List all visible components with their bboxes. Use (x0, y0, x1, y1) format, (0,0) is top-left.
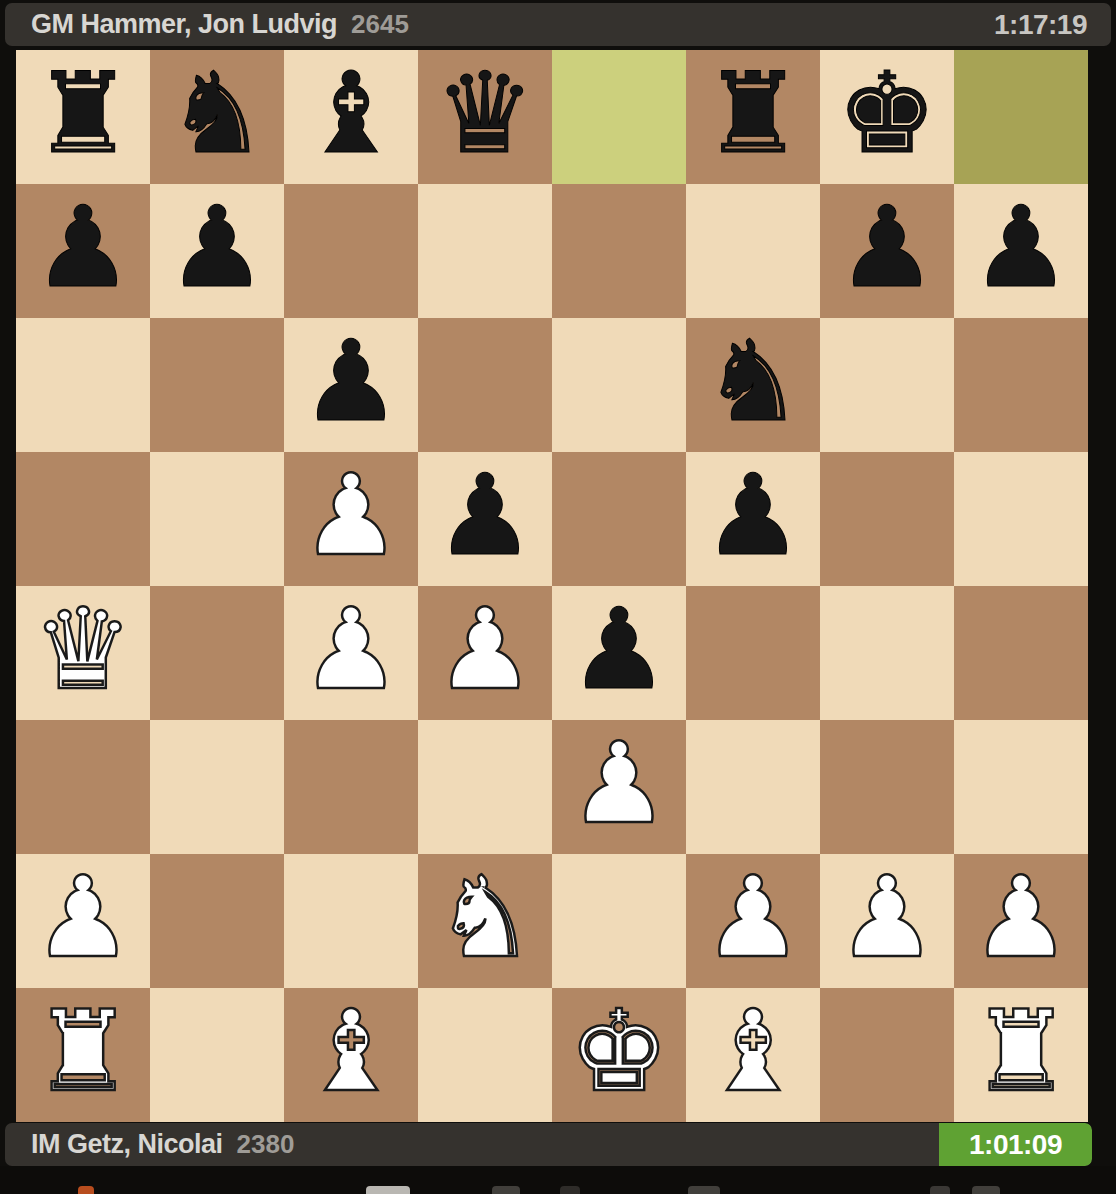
black-pawn: ♟ (435, 459, 535, 571)
square-b1[interactable] (150, 988, 284, 1122)
square-d1[interactable] (418, 988, 552, 1122)
square-b2[interactable] (150, 854, 284, 988)
square-e2[interactable] (552, 854, 686, 988)
partial-light-icon (366, 1186, 410, 1194)
black-pawn: ♟ (301, 325, 401, 437)
square-e7[interactable] (552, 184, 686, 318)
square-e1[interactable]: ♚ (552, 988, 686, 1122)
square-a8[interactable]: ♜ (16, 50, 150, 184)
square-a3[interactable] (16, 720, 150, 854)
square-h3[interactable] (954, 720, 1088, 854)
black-bishop: ♝ (301, 57, 401, 169)
black-pawn: ♟ (167, 191, 267, 303)
square-f8[interactable]: ♜ (686, 50, 820, 184)
page: GM Hammer, Jon Ludvig 2645 1:17:19 ♜♞♝♛♜… (0, 0, 1116, 1194)
black-rook: ♜ (703, 57, 803, 169)
square-c5[interactable]: ♟ (284, 452, 418, 586)
white-bishop: ♝ (703, 995, 803, 1107)
black-rook: ♜ (33, 57, 133, 169)
square-g6[interactable] (820, 318, 954, 452)
square-g3[interactable] (820, 720, 954, 854)
bottom-player-rating: 2380 (237, 1129, 295, 1160)
white-pawn: ♟ (837, 861, 937, 973)
black-king: ♚ (837, 57, 937, 169)
bottom-strip (0, 1166, 1116, 1194)
bottom-player-clock: 1:01:09 (939, 1123, 1092, 1166)
square-e6[interactable] (552, 318, 686, 452)
white-pawn: ♟ (301, 593, 401, 705)
partial-dark-icon (972, 1186, 1000, 1194)
square-b4[interactable] (150, 586, 284, 720)
black-knight: ♞ (703, 325, 803, 437)
square-g5[interactable] (820, 452, 954, 586)
square-b5[interactable] (150, 452, 284, 586)
square-g2[interactable]: ♟ (820, 854, 954, 988)
square-a6[interactable] (16, 318, 150, 452)
white-rook: ♜ (33, 995, 133, 1107)
white-king: ♚ (569, 995, 669, 1107)
square-f4[interactable] (686, 586, 820, 720)
white-pawn: ♟ (569, 727, 669, 839)
top-player-rating: 2645 (351, 9, 409, 40)
white-pawn: ♟ (971, 861, 1071, 973)
square-b7[interactable]: ♟ (150, 184, 284, 318)
square-h2[interactable]: ♟ (954, 854, 1088, 988)
white-pawn: ♟ (301, 459, 401, 571)
square-f3[interactable] (686, 720, 820, 854)
partial-dark-icon (688, 1186, 720, 1194)
square-d8[interactable]: ♛ (418, 50, 552, 184)
chess-board: ♜♞♝♛♜♚♟♟♟♟♟♞♟♟♟♛♟♟♟♟♟♞♟♟♟♜♝♚♝♜ (16, 50, 1088, 1122)
bottom-player-name: IM Getz, Nicolai (5, 1129, 223, 1160)
partial-dark-icon (930, 1186, 950, 1194)
square-h4[interactable] (954, 586, 1088, 720)
white-pawn: ♟ (33, 861, 133, 973)
square-c1[interactable]: ♝ (284, 988, 418, 1122)
square-d4[interactable]: ♟ (418, 586, 552, 720)
bottom-player-bar: IM Getz, Nicolai 2380 1:01:09 (5, 1123, 1092, 1166)
square-g4[interactable] (820, 586, 954, 720)
square-a4[interactable]: ♛ (16, 586, 150, 720)
square-a2[interactable]: ♟ (16, 854, 150, 988)
square-d2[interactable]: ♞ (418, 854, 552, 988)
square-f7[interactable] (686, 184, 820, 318)
square-f5[interactable]: ♟ (686, 452, 820, 586)
square-c4[interactable]: ♟ (284, 586, 418, 720)
white-pawn: ♟ (435, 593, 535, 705)
square-d7[interactable] (418, 184, 552, 318)
square-f1[interactable]: ♝ (686, 988, 820, 1122)
square-f6[interactable]: ♞ (686, 318, 820, 452)
square-a1[interactable]: ♜ (16, 988, 150, 1122)
square-a7[interactable]: ♟ (16, 184, 150, 318)
square-e8[interactable] (552, 50, 686, 184)
top-player-bar: GM Hammer, Jon Ludvig 2645 1:17:19 (5, 3, 1111, 46)
square-d5[interactable]: ♟ (418, 452, 552, 586)
square-g8[interactable]: ♚ (820, 50, 954, 184)
white-knight: ♞ (435, 861, 535, 973)
square-h1[interactable]: ♜ (954, 988, 1088, 1122)
white-bishop: ♝ (301, 995, 401, 1107)
square-h5[interactable] (954, 452, 1088, 586)
square-h6[interactable] (954, 318, 1088, 452)
square-c8[interactable]: ♝ (284, 50, 418, 184)
partial-orange-icon (78, 1186, 94, 1194)
square-c2[interactable] (284, 854, 418, 988)
top-player-clock: 1:17:19 (994, 9, 1111, 41)
black-pawn: ♟ (33, 191, 133, 303)
black-pawn: ♟ (837, 191, 937, 303)
square-h8[interactable] (954, 50, 1088, 184)
partial-dark-icon (492, 1186, 520, 1194)
square-c3[interactable] (284, 720, 418, 854)
square-e4[interactable]: ♟ (552, 586, 686, 720)
square-g1[interactable] (820, 988, 954, 1122)
black-queen: ♛ (435, 57, 535, 169)
square-e3[interactable]: ♟ (552, 720, 686, 854)
square-b6[interactable] (150, 318, 284, 452)
square-g7[interactable]: ♟ (820, 184, 954, 318)
square-b3[interactable] (150, 720, 284, 854)
square-e5[interactable] (552, 452, 686, 586)
square-a5[interactable] (16, 452, 150, 586)
black-pawn: ♟ (971, 191, 1071, 303)
black-pawn: ♟ (569, 593, 669, 705)
top-player-name: GM Hammer, Jon Ludvig (5, 9, 337, 40)
partial-dark-icon (560, 1186, 580, 1194)
black-pawn: ♟ (703, 459, 803, 571)
black-knight: ♞ (167, 57, 267, 169)
square-d6[interactable] (418, 318, 552, 452)
white-queen: ♛ (33, 593, 133, 705)
white-rook: ♜ (971, 995, 1071, 1107)
square-c7[interactable] (284, 184, 418, 318)
square-h7[interactable]: ♟ (954, 184, 1088, 318)
square-f2[interactable]: ♟ (686, 854, 820, 988)
white-pawn: ♟ (703, 861, 803, 973)
square-c6[interactable]: ♟ (284, 318, 418, 452)
square-b8[interactable]: ♞ (150, 50, 284, 184)
square-d3[interactable] (418, 720, 552, 854)
